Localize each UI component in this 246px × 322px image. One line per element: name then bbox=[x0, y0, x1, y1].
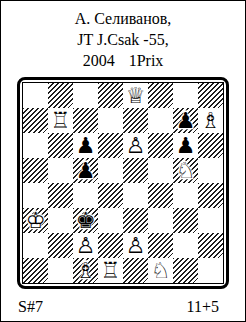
square-a4 bbox=[23, 183, 48, 208]
square-b4 bbox=[48, 183, 73, 208]
square-a5 bbox=[23, 158, 48, 183]
square-h3 bbox=[198, 208, 223, 233]
white-rook-piece: ♜♖ bbox=[48, 108, 73, 133]
problem-header: А. Селиванов, JT J.Csak -55, 2004 1Prix bbox=[75, 8, 172, 71]
square-g7: ♟♟ bbox=[173, 108, 198, 133]
piece-glyph: ♙ bbox=[76, 235, 96, 257]
white-queen-piece: ♛♕ bbox=[123, 83, 148, 108]
square-d1: ♜♖ bbox=[98, 258, 123, 283]
square-e5 bbox=[123, 158, 148, 183]
square-b2 bbox=[48, 233, 73, 258]
chess-board-grid: ♛♕♜♖♟♟♝♗♟♟♟♙♟♟♟♟♞♘♚♔♚♚♟♙♟♙♝♗♜♖♞♘ bbox=[23, 83, 223, 283]
square-g3 bbox=[173, 208, 198, 233]
square-d4 bbox=[98, 183, 123, 208]
piece-glyph: ♘ bbox=[176, 160, 196, 182]
white-king-piece: ♚♔ bbox=[23, 208, 48, 233]
stipulation-text: S#7 bbox=[18, 297, 43, 317]
year-award-line: 2004 1Prix bbox=[75, 50, 172, 71]
square-e3 bbox=[123, 208, 148, 233]
square-e4 bbox=[123, 183, 148, 208]
square-e6: ♟♙ bbox=[123, 133, 148, 158]
square-a7 bbox=[23, 108, 48, 133]
piece-glyph: ♟ bbox=[176, 110, 196, 132]
piece-glyph: ♗ bbox=[201, 110, 221, 132]
problem-footer: S#7 11+5 bbox=[1, 297, 245, 317]
piece-glyph: ♖ bbox=[101, 260, 121, 282]
square-d3 bbox=[98, 208, 123, 233]
square-c3: ♚♚ bbox=[73, 208, 98, 233]
black-pawn-piece: ♟♟ bbox=[173, 133, 198, 158]
square-c4 bbox=[73, 183, 98, 208]
piece-glyph: ♙ bbox=[126, 235, 146, 257]
white-pawn-piece: ♟♙ bbox=[73, 233, 98, 258]
year-text: 2004 bbox=[83, 50, 115, 71]
square-b7: ♜♖ bbox=[48, 108, 73, 133]
square-a6 bbox=[23, 133, 48, 158]
square-d6 bbox=[98, 133, 123, 158]
square-c5: ♟♟ bbox=[73, 158, 98, 183]
white-bishop-piece: ♝♗ bbox=[73, 258, 98, 283]
piece-glyph: ♗ bbox=[76, 260, 96, 282]
black-pawn-piece: ♟♟ bbox=[173, 108, 198, 133]
square-d8 bbox=[98, 83, 123, 108]
square-h5 bbox=[198, 158, 223, 183]
square-c6: ♟♟ bbox=[73, 133, 98, 158]
square-f2 bbox=[148, 233, 173, 258]
square-f7 bbox=[148, 108, 173, 133]
white-bishop-piece: ♝♗ bbox=[198, 108, 223, 133]
square-h4 bbox=[198, 183, 223, 208]
problem-card: А. Селиванов, JT J.Csak -55, 2004 1Prix … bbox=[0, 0, 246, 322]
square-h7: ♝♗ bbox=[198, 108, 223, 133]
chess-board-inner-frame: ♛♕♜♖♟♟♝♗♟♟♟♙♟♟♟♟♞♘♚♔♚♚♟♙♟♙♝♗♜♖♞♘ bbox=[22, 82, 224, 284]
tourney-line: JT J.Csak -55, bbox=[75, 29, 172, 50]
square-g2 bbox=[173, 233, 198, 258]
square-f6 bbox=[148, 133, 173, 158]
white-knight-piece: ♞♘ bbox=[148, 258, 173, 283]
square-c2: ♟♙ bbox=[73, 233, 98, 258]
square-f1: ♞♘ bbox=[148, 258, 173, 283]
author-line: А. Селиванов, bbox=[75, 8, 172, 29]
square-f8 bbox=[148, 83, 173, 108]
square-e1 bbox=[123, 258, 148, 283]
piece-glyph: ♖ bbox=[51, 110, 71, 132]
square-a8 bbox=[23, 83, 48, 108]
square-f5 bbox=[148, 158, 173, 183]
black-pawn-piece: ♟♟ bbox=[73, 133, 98, 158]
square-e2: ♟♙ bbox=[123, 233, 148, 258]
white-knight-piece: ♞♘ bbox=[173, 158, 198, 183]
square-h6 bbox=[198, 133, 223, 158]
square-b8 bbox=[48, 83, 73, 108]
piece-glyph: ♟ bbox=[76, 135, 96, 157]
black-king-piece: ♚♚ bbox=[73, 208, 98, 233]
square-b5 bbox=[48, 158, 73, 183]
square-b3 bbox=[48, 208, 73, 233]
piece-glyph: ♕ bbox=[126, 85, 146, 107]
square-f4 bbox=[148, 183, 173, 208]
white-pawn-piece: ♟♙ bbox=[123, 233, 148, 258]
square-h8 bbox=[198, 83, 223, 108]
square-b6 bbox=[48, 133, 73, 158]
square-a1 bbox=[23, 258, 48, 283]
piece-glyph: ♚ bbox=[76, 210, 96, 232]
square-d7 bbox=[98, 108, 123, 133]
chess-board: ♛♕♜♖♟♟♝♗♟♟♟♙♟♟♟♟♞♘♚♔♚♚♟♙♟♙♝♗♜♖♞♘ bbox=[17, 77, 229, 289]
square-c8 bbox=[73, 83, 98, 108]
square-b1 bbox=[48, 258, 73, 283]
square-g5: ♞♘ bbox=[173, 158, 198, 183]
square-h1 bbox=[198, 258, 223, 283]
square-c1: ♝♗ bbox=[73, 258, 98, 283]
square-f3 bbox=[148, 208, 173, 233]
square-g8 bbox=[173, 83, 198, 108]
square-e7 bbox=[123, 108, 148, 133]
square-d2 bbox=[98, 233, 123, 258]
square-e8: ♛♕ bbox=[123, 83, 148, 108]
piece-count-text: 11+5 bbox=[187, 297, 219, 317]
piece-glyph: ♘ bbox=[151, 260, 171, 282]
white-pawn-piece: ♟♙ bbox=[123, 133, 148, 158]
piece-glyph: ♟ bbox=[176, 135, 196, 157]
piece-glyph: ♔ bbox=[26, 210, 46, 232]
white-rook-piece: ♜♖ bbox=[98, 258, 123, 283]
square-c7 bbox=[73, 108, 98, 133]
square-a2 bbox=[23, 233, 48, 258]
square-h2 bbox=[198, 233, 223, 258]
square-g4 bbox=[173, 183, 198, 208]
square-a3: ♚♔ bbox=[23, 208, 48, 233]
award-text: 1Prix bbox=[129, 50, 164, 71]
piece-glyph: ♙ bbox=[126, 135, 146, 157]
square-g6: ♟♟ bbox=[173, 133, 198, 158]
piece-glyph: ♟ bbox=[76, 160, 96, 182]
black-pawn-piece: ♟♟ bbox=[73, 158, 98, 183]
square-d5 bbox=[98, 158, 123, 183]
square-g1 bbox=[173, 258, 198, 283]
